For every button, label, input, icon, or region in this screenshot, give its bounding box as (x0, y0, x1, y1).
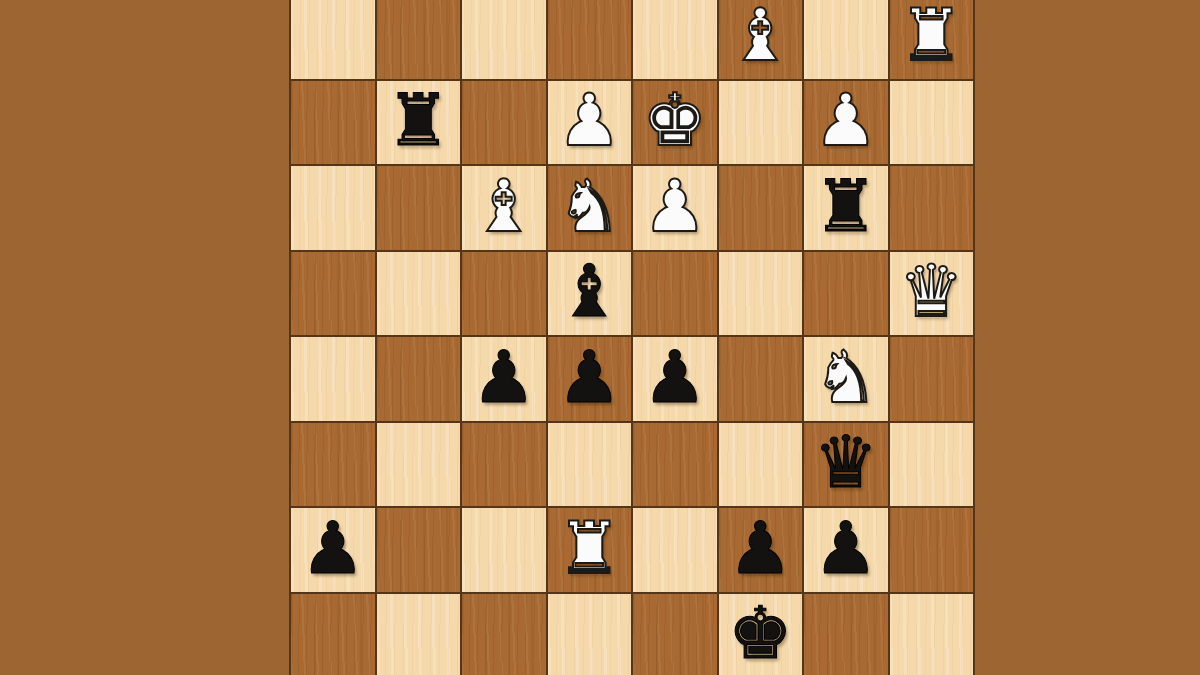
piece-white-rook-d2[interactable]: ♜ (557, 512, 622, 584)
square-c6[interactable]: ♝ (462, 166, 546, 250)
square-e5[interactable] (633, 252, 717, 336)
piece-white-king-e7[interactable]: ♚ (642, 84, 707, 156)
square-g3[interactable]: ♛ (804, 423, 888, 507)
piece-white-pawn-g7[interactable]: ♟ (813, 84, 878, 156)
square-b5[interactable] (377, 252, 461, 336)
square-f4[interactable] (719, 337, 803, 421)
chess-board: ♝♜♜♟♚♟♝♞♟♜♝♛♟♟♟♞♛♟♜♟♟♚ (289, 0, 975, 675)
piece-black-queen-g3[interactable]: ♛ (813, 426, 878, 498)
piece-black-pawn-c4[interactable]: ♟ (471, 341, 536, 413)
square-h6[interactable] (890, 166, 974, 250)
square-h7[interactable] (890, 81, 974, 165)
square-a4[interactable] (291, 337, 375, 421)
square-e6[interactable]: ♟ (633, 166, 717, 250)
square-c7[interactable] (462, 81, 546, 165)
piece-white-pawn-d7[interactable]: ♟ (557, 84, 622, 156)
square-d4[interactable]: ♟ (548, 337, 632, 421)
square-a5[interactable] (291, 252, 375, 336)
square-b6[interactable] (377, 166, 461, 250)
piece-black-pawn-a2[interactable]: ♟ (300, 512, 365, 584)
square-f2[interactable]: ♟ (719, 508, 803, 592)
square-f5[interactable] (719, 252, 803, 336)
square-h3[interactable] (890, 423, 974, 507)
square-d8[interactable] (548, 0, 632, 79)
square-f6[interactable] (719, 166, 803, 250)
square-d5[interactable]: ♝ (548, 252, 632, 336)
piece-white-bishop-c6[interactable]: ♝ (471, 170, 536, 242)
piece-black-bishop-d5[interactable]: ♝ (557, 255, 622, 327)
square-a8[interactable] (291, 0, 375, 79)
square-b2[interactable] (377, 508, 461, 592)
square-f3[interactable] (719, 423, 803, 507)
square-d7[interactable]: ♟ (548, 81, 632, 165)
square-c4[interactable]: ♟ (462, 337, 546, 421)
piece-white-pawn-e6[interactable]: ♟ (642, 170, 707, 242)
square-g1[interactable] (804, 594, 888, 675)
square-d3[interactable] (548, 423, 632, 507)
square-g8[interactable] (804, 0, 888, 79)
square-h1[interactable] (890, 594, 974, 675)
square-a1[interactable] (291, 594, 375, 675)
square-c2[interactable] (462, 508, 546, 592)
piece-black-pawn-f2[interactable]: ♟ (728, 512, 793, 584)
square-c8[interactable] (462, 0, 546, 79)
square-f7[interactable] (719, 81, 803, 165)
piece-white-rook-h8[interactable]: ♜ (899, 0, 964, 71)
square-a3[interactable] (291, 423, 375, 507)
square-e7[interactable]: ♚ (633, 81, 717, 165)
piece-white-queen-h5[interactable]: ♛ (899, 255, 964, 327)
piece-black-rook-g6[interactable]: ♜ (813, 170, 878, 242)
square-g7[interactable]: ♟ (804, 81, 888, 165)
square-f1[interactable]: ♚ (719, 594, 803, 675)
square-g6[interactable]: ♜ (804, 166, 888, 250)
square-e1[interactable] (633, 594, 717, 675)
square-b1[interactable] (377, 594, 461, 675)
square-d2[interactable]: ♜ (548, 508, 632, 592)
square-h5[interactable]: ♛ (890, 252, 974, 336)
piece-white-knight-d6[interactable]: ♞ (557, 170, 622, 242)
page-background: ♝♜♜♟♚♟♝♞♟♜♝♛♟♟♟♞♛♟♜♟♟♚ (0, 0, 1200, 675)
piece-black-pawn-e4[interactable]: ♟ (642, 341, 707, 413)
square-b3[interactable] (377, 423, 461, 507)
square-g2[interactable]: ♟ (804, 508, 888, 592)
square-f8[interactable]: ♝ (719, 0, 803, 79)
piece-black-pawn-g2[interactable]: ♟ (813, 512, 878, 584)
square-a6[interactable] (291, 166, 375, 250)
piece-white-bishop-f8[interactable]: ♝ (728, 0, 793, 71)
square-c1[interactable] (462, 594, 546, 675)
piece-black-king-f1[interactable]: ♚ (728, 597, 793, 669)
square-h8[interactable]: ♜ (890, 0, 974, 79)
square-c5[interactable] (462, 252, 546, 336)
piece-black-pawn-d4[interactable]: ♟ (557, 341, 622, 413)
square-g4[interactable]: ♞ (804, 337, 888, 421)
square-d6[interactable]: ♞ (548, 166, 632, 250)
square-a7[interactable] (291, 81, 375, 165)
square-e8[interactable] (633, 0, 717, 79)
square-c3[interactable] (462, 423, 546, 507)
square-e4[interactable]: ♟ (633, 337, 717, 421)
square-d1[interactable] (548, 594, 632, 675)
piece-white-knight-g4[interactable]: ♞ (813, 341, 878, 413)
square-b7[interactable]: ♜ (377, 81, 461, 165)
square-e3[interactable] (633, 423, 717, 507)
square-h4[interactable] (890, 337, 974, 421)
square-a2[interactable]: ♟ (291, 508, 375, 592)
square-b8[interactable] (377, 0, 461, 79)
square-h2[interactable] (890, 508, 974, 592)
piece-black-rook-b7[interactable]: ♜ (386, 84, 451, 156)
square-b4[interactable] (377, 337, 461, 421)
square-g5[interactable] (804, 252, 888, 336)
square-e2[interactable] (633, 508, 717, 592)
